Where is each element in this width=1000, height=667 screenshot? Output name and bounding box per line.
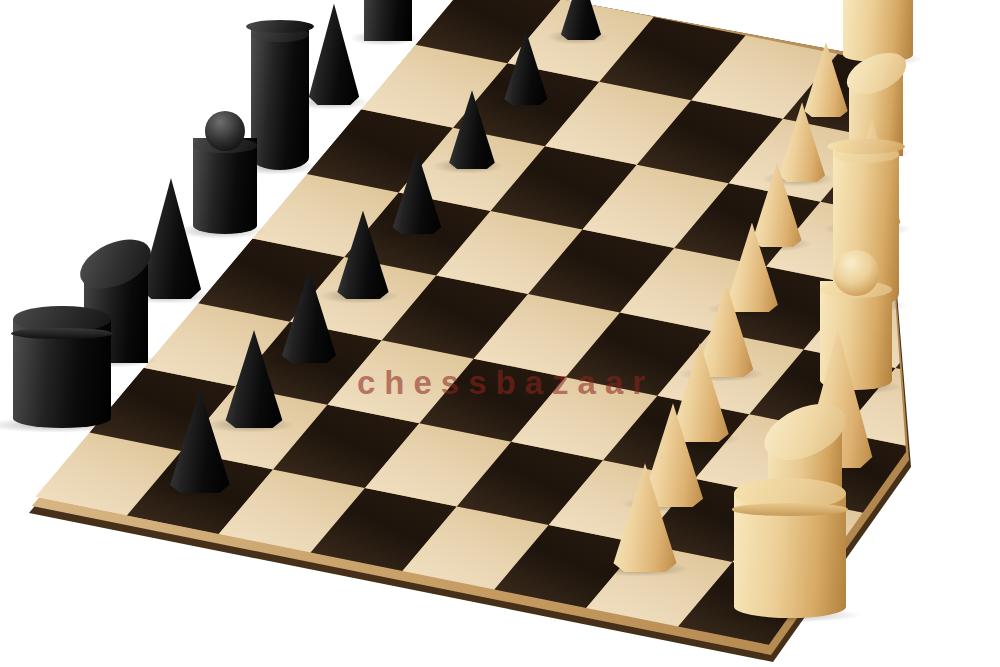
piece-black-pawn-h7[interactable] xyxy=(559,0,603,40)
piece-black-bishop-f8[interactable] xyxy=(307,4,362,105)
piece-white-pawn-a2[interactable] xyxy=(611,463,680,572)
piece-black-rook-a8[interactable] xyxy=(13,306,111,428)
piece-white-rook-a1[interactable] xyxy=(734,478,846,618)
piece-black-king-e8[interactable] xyxy=(251,20,309,170)
piece-black-pawn-a7[interactable] xyxy=(168,390,233,493)
piece-white-rook-h1[interactable] xyxy=(843,0,914,62)
piece-black-pawn-e7[interactable] xyxy=(391,150,444,234)
piece-black-pawn-d7[interactable] xyxy=(335,211,391,299)
piece-black-pawn-c7[interactable] xyxy=(280,270,339,363)
product-photo-scene: chessbazaar xyxy=(0,0,1000,667)
piece-black-knight-g8[interactable] xyxy=(364,0,412,41)
chessbazaar-watermark: chessbazaar xyxy=(357,366,654,399)
piece-black-pawn-g7[interactable] xyxy=(503,31,550,105)
piece-black-pawn-f7[interactable] xyxy=(447,90,497,169)
pieces-layer xyxy=(0,0,1000,667)
